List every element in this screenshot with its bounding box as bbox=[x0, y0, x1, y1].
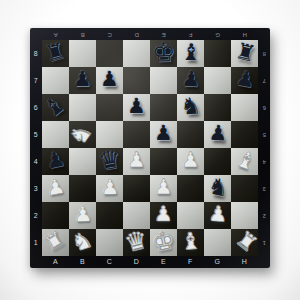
square-g6[interactable] bbox=[204, 94, 231, 121]
rank-label-left-3: 3 bbox=[30, 175, 42, 202]
piece-white-pawn-g2[interactable]: ♟ bbox=[208, 203, 228, 225]
piece-white-bishop-f1[interactable]: ♝ bbox=[179, 229, 202, 254]
file-label-bottom-g: G bbox=[204, 256, 231, 268]
piece-black-king-e8[interactable]: ♚ bbox=[151, 39, 175, 66]
file-label-top-b: B bbox=[69, 30, 96, 39]
piece-black-pawn-g5[interactable]: ♟ bbox=[208, 122, 228, 144]
rank-label-right-5: 5 bbox=[258, 121, 270, 148]
square-f2[interactable] bbox=[177, 202, 204, 229]
rank-label-right-8: 8 bbox=[258, 40, 270, 67]
square-b6[interactable] bbox=[69, 94, 96, 121]
piece-black-pawn-h7[interactable]: ♟ bbox=[234, 67, 256, 91]
file-label-bottom-h: H bbox=[231, 256, 258, 268]
piece-black-pawn-f7[interactable]: ♟ bbox=[181, 68, 201, 90]
square-f5[interactable] bbox=[177, 121, 204, 148]
piece-black-queen-c4[interactable]: ♛ bbox=[96, 146, 122, 175]
rank-label-right-7: 7 bbox=[258, 67, 270, 94]
piece-black-bishop-f8[interactable]: ♝ bbox=[180, 40, 201, 64]
file-label-bottom-b: B bbox=[69, 256, 96, 268]
piece-black-knight-f6[interactable]: ♞ bbox=[179, 94, 201, 118]
square-h2[interactable] bbox=[231, 202, 258, 229]
square-h6[interactable] bbox=[231, 94, 258, 121]
piece-white-pawn-f4[interactable]: ♟ bbox=[181, 150, 200, 171]
file-label-top-g: G bbox=[204, 30, 231, 39]
rank-label-left-1: 1 bbox=[30, 229, 42, 256]
piece-white-pawn-d4[interactable]: ♟ bbox=[127, 150, 146, 171]
rank-label-left-7: 7 bbox=[30, 67, 42, 94]
square-c1[interactable] bbox=[96, 229, 123, 256]
rank-label-left-5: 5 bbox=[30, 121, 42, 148]
file-label-bottom-c: C bbox=[96, 256, 123, 268]
square-h3[interactable] bbox=[231, 175, 258, 202]
piece-black-pawn-a4[interactable]: ♟ bbox=[44, 148, 67, 172]
square-d8[interactable] bbox=[123, 40, 150, 67]
square-b4[interactable] bbox=[69, 148, 96, 175]
square-c5[interactable] bbox=[96, 121, 123, 148]
rank-label-right-2: 2 bbox=[258, 202, 270, 229]
square-d2[interactable] bbox=[123, 202, 150, 229]
square-g1[interactable] bbox=[204, 229, 231, 256]
chess-board: AABBCCDDEEFFGGHH1122334455667788♜♚♝♜♟♟♟♟… bbox=[30, 28, 270, 268]
square-d5[interactable] bbox=[123, 121, 150, 148]
file-label-top-c: C bbox=[96, 30, 123, 39]
square-d7[interactable] bbox=[123, 67, 150, 94]
piece-black-pawn-c7[interactable]: ♟ bbox=[100, 69, 119, 90]
rank-label-right-1: 1 bbox=[258, 229, 270, 256]
piece-white-pawn-b2[interactable]: ♟ bbox=[72, 203, 92, 225]
piece-black-pawn-e5[interactable]: ♟ bbox=[154, 123, 173, 144]
photo-background: AABBCCDDEEFFGGHH1122334455667788♜♚♝♜♟♟♟♟… bbox=[0, 0, 300, 300]
rank-label-right-6: 6 bbox=[258, 94, 270, 121]
file-label-bottom-a: A bbox=[42, 256, 69, 268]
piece-black-pawn-d6[interactable]: ♟ bbox=[127, 96, 146, 117]
square-b3[interactable] bbox=[69, 175, 96, 202]
square-e4[interactable] bbox=[150, 148, 177, 175]
rank-label-left-4: 4 bbox=[30, 148, 42, 175]
square-b8[interactable] bbox=[69, 40, 96, 67]
file-label-bottom-d: D bbox=[123, 256, 150, 268]
file-label-top-f: F bbox=[177, 30, 204, 39]
square-c8[interactable] bbox=[96, 40, 123, 67]
piece-white-pawn-e2[interactable]: ♟ bbox=[154, 204, 173, 225]
square-e6[interactable] bbox=[150, 94, 177, 121]
piece-black-pawn-b7[interactable]: ♟ bbox=[73, 69, 92, 90]
file-label-top-d: D bbox=[123, 30, 150, 39]
piece-white-pawn-c3[interactable]: ♟ bbox=[100, 176, 120, 198]
rank-label-left-8: 8 bbox=[30, 40, 42, 67]
rank-label-left-2: 2 bbox=[30, 202, 42, 229]
piece-white-king-e1[interactable]: ♚ bbox=[149, 226, 177, 256]
square-g8[interactable] bbox=[204, 40, 231, 67]
rank-label-right-3: 3 bbox=[258, 175, 270, 202]
square-c2[interactable] bbox=[96, 202, 123, 229]
file-label-top-h: H bbox=[231, 30, 258, 39]
square-f3[interactable] bbox=[177, 175, 204, 202]
file-label-bottom-f: F bbox=[177, 256, 204, 268]
rank-label-left-6: 6 bbox=[30, 94, 42, 121]
file-label-top-a: A bbox=[42, 30, 69, 39]
square-c6[interactable] bbox=[96, 94, 123, 121]
piece-white-pawn-a3[interactable]: ♟ bbox=[44, 175, 66, 199]
piece-black-knight-g3[interactable]: ♞ bbox=[206, 174, 231, 201]
piece-white-pawn-e3[interactable]: ♟ bbox=[154, 177, 173, 198]
square-g4[interactable] bbox=[204, 148, 231, 175]
square-e7[interactable] bbox=[150, 67, 177, 94]
square-g7[interactable] bbox=[204, 67, 231, 94]
square-h5[interactable] bbox=[231, 121, 258, 148]
square-d3[interactable] bbox=[123, 175, 150, 202]
